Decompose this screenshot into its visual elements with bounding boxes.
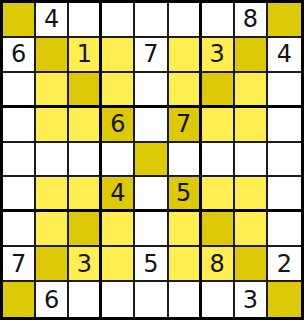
cell-r2c1-given-6[interactable]: 6 bbox=[3, 38, 36, 73]
cell-r9c7[interactable] bbox=[202, 282, 235, 317]
cell-r9c6[interactable] bbox=[169, 282, 202, 317]
cell-r2c4[interactable] bbox=[102, 38, 135, 73]
cell-r2c5-given-7[interactable]: 7 bbox=[135, 38, 168, 73]
cell-r7c3[interactable] bbox=[69, 212, 102, 247]
cell-r4c3[interactable] bbox=[69, 108, 102, 143]
cell-r7c7[interactable] bbox=[202, 212, 235, 247]
sudoku-board: 486173467457358263 bbox=[0, 0, 304, 320]
cell-r3c1[interactable] bbox=[3, 73, 36, 108]
cell-r1c7[interactable] bbox=[202, 3, 235, 38]
cell-r8c2[interactable] bbox=[36, 247, 69, 282]
cell-r5c6[interactable] bbox=[169, 143, 202, 178]
cell-r7c4[interactable] bbox=[102, 212, 135, 247]
cell-r6c5[interactable] bbox=[135, 177, 168, 212]
cell-r6c7[interactable] bbox=[202, 177, 235, 212]
cell-r4c7[interactable] bbox=[202, 108, 235, 143]
cell-r6c1[interactable] bbox=[3, 177, 36, 212]
cell-r8c4[interactable] bbox=[102, 247, 135, 282]
cell-r8c8[interactable] bbox=[235, 247, 268, 282]
cell-r7c1[interactable] bbox=[3, 212, 36, 247]
cell-r9c4[interactable] bbox=[102, 282, 135, 317]
sudoku-page: 486173467457358263 bbox=[0, 0, 304, 320]
cell-r3c9[interactable] bbox=[268, 73, 301, 108]
cell-r2c2[interactable] bbox=[36, 38, 69, 73]
cell-r7c8[interactable] bbox=[235, 212, 268, 247]
cell-r6c3[interactable] bbox=[69, 177, 102, 212]
cell-r4c5[interactable] bbox=[135, 108, 168, 143]
cell-r8c1-given-7[interactable]: 7 bbox=[3, 247, 36, 282]
cell-r4c8[interactable] bbox=[235, 108, 268, 143]
cell-r5c3[interactable] bbox=[69, 143, 102, 178]
cell-r9c5[interactable] bbox=[135, 282, 168, 317]
cell-r9c9[interactable] bbox=[268, 282, 301, 317]
cell-r3c7[interactable] bbox=[202, 73, 235, 108]
cell-r6c4-given-4[interactable]: 4 bbox=[102, 177, 135, 212]
cell-r6c9[interactable] bbox=[268, 177, 301, 212]
cell-r2c9-given-4[interactable]: 4 bbox=[268, 38, 301, 73]
cell-r4c4-given-6[interactable]: 6 bbox=[102, 108, 135, 143]
cell-r4c2[interactable] bbox=[36, 108, 69, 143]
cell-r1c6[interactable] bbox=[169, 3, 202, 38]
cell-r8c5-given-5[interactable]: 5 bbox=[135, 247, 168, 282]
cell-r5c7[interactable] bbox=[202, 143, 235, 178]
cell-r7c2[interactable] bbox=[36, 212, 69, 247]
cell-r1c9[interactable] bbox=[268, 3, 301, 38]
cell-r3c2[interactable] bbox=[36, 73, 69, 108]
cell-r1c4[interactable] bbox=[102, 3, 135, 38]
cell-r1c2-given-4[interactable]: 4 bbox=[36, 3, 69, 38]
cell-r1c3[interactable] bbox=[69, 3, 102, 38]
cell-r3c6[interactable] bbox=[169, 73, 202, 108]
cell-r3c4[interactable] bbox=[102, 73, 135, 108]
cell-r8c3-given-3[interactable]: 3 bbox=[69, 247, 102, 282]
cell-r1c1[interactable] bbox=[3, 3, 36, 38]
cell-r8c6[interactable] bbox=[169, 247, 202, 282]
cell-r9c2-given-6[interactable]: 6 bbox=[36, 282, 69, 317]
cell-r6c6-given-5[interactable]: 5 bbox=[169, 177, 202, 212]
cell-r7c9[interactable] bbox=[268, 212, 301, 247]
cell-r4c6-given-7[interactable]: 7 bbox=[169, 108, 202, 143]
cell-r9c3[interactable] bbox=[69, 282, 102, 317]
cell-r1c8-given-8[interactable]: 8 bbox=[235, 3, 268, 38]
cell-r5c4[interactable] bbox=[102, 143, 135, 178]
cell-r8c9-given-2[interactable]: 2 bbox=[268, 247, 301, 282]
cell-r2c8[interactable] bbox=[235, 38, 268, 73]
cell-r3c8[interactable] bbox=[235, 73, 268, 108]
cell-r9c1[interactable] bbox=[3, 282, 36, 317]
cell-r1c5[interactable] bbox=[135, 3, 168, 38]
cell-r8c7-given-8[interactable]: 8 bbox=[202, 247, 235, 282]
cell-r5c1[interactable] bbox=[3, 143, 36, 178]
cell-r2c3-given-1[interactable]: 1 bbox=[69, 38, 102, 73]
cell-r9c8-given-3[interactable]: 3 bbox=[235, 282, 268, 317]
cell-r7c6[interactable] bbox=[169, 212, 202, 247]
cell-r2c7-given-3[interactable]: 3 bbox=[202, 38, 235, 73]
cell-r4c9[interactable] bbox=[268, 108, 301, 143]
cell-r3c5[interactable] bbox=[135, 73, 168, 108]
cell-r2c6[interactable] bbox=[169, 38, 202, 73]
cell-r4c1[interactable] bbox=[3, 108, 36, 143]
cell-r5c9[interactable] bbox=[268, 143, 301, 178]
cell-r5c2[interactable] bbox=[36, 143, 69, 178]
cell-r3c3[interactable] bbox=[69, 73, 102, 108]
cell-r5c5[interactable] bbox=[135, 143, 168, 178]
cell-r6c8[interactable] bbox=[235, 177, 268, 212]
cell-r6c2[interactable] bbox=[36, 177, 69, 212]
cell-r7c5[interactable] bbox=[135, 212, 168, 247]
cell-r5c8[interactable] bbox=[235, 143, 268, 178]
